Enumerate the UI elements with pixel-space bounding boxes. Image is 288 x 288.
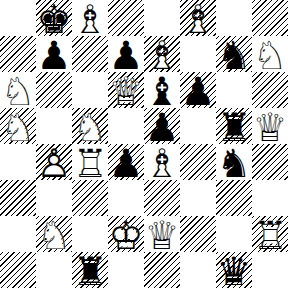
piece-glyph: ♖ <box>73 144 108 183</box>
square-f5[interactable] <box>180 108 216 144</box>
white-queen[interactable]: ♛♕ <box>108 72 144 108</box>
square-a8[interactable] <box>0 0 36 36</box>
piece-glyph: ♘ <box>253 36 288 75</box>
square-h5[interactable]: ♛♕ <box>252 108 288 144</box>
white-king[interactable]: ♚♔ <box>108 216 144 252</box>
piece-glyph: ♟ <box>181 72 216 111</box>
white-bishop[interactable]: ♝♗ <box>144 144 180 180</box>
square-f7[interactable] <box>180 36 216 72</box>
square-f6[interactable]: ♟ <box>180 72 216 108</box>
square-e6[interactable]: ♝ <box>144 72 180 108</box>
white-bishop[interactable]: ♝♗ <box>72 0 108 36</box>
black-rook[interactable]: ♜ <box>216 108 252 144</box>
white-bishop[interactable]: ♝♗ <box>144 36 180 72</box>
square-c4[interactable]: ♜♖ <box>72 144 108 180</box>
square-g4[interactable]: ♞ <box>216 144 252 180</box>
square-a3[interactable] <box>0 180 36 216</box>
black-pawn[interactable]: ♟ <box>180 72 216 108</box>
square-d8[interactable] <box>108 0 144 36</box>
black-rook[interactable]: ♜ <box>72 252 108 288</box>
square-d2[interactable]: ♚♔ <box>108 216 144 252</box>
square-h3[interactable] <box>252 180 288 216</box>
chess-board: ♚♝♗♝♗♟♟♝♗♞♞♘♞♘♛♕♝♟♞♘♞♘♟♜♛♕♟♙♜♖♟♝♗♞♞♘♚♔♛♕… <box>0 0 288 288</box>
piece-glyph: ♙ <box>37 144 72 183</box>
square-d1[interactable] <box>108 252 144 288</box>
square-c3[interactable] <box>72 180 108 216</box>
square-g6[interactable] <box>216 72 252 108</box>
square-h1[interactable] <box>252 252 288 288</box>
piece-glyph: ♞ <box>217 36 252 75</box>
square-a6[interactable]: ♞♘ <box>0 72 36 108</box>
square-a5[interactable]: ♞♘ <box>0 108 36 144</box>
square-c5[interactable]: ♞♘ <box>72 108 108 144</box>
white-knight[interactable]: ♞♘ <box>252 36 288 72</box>
square-b4[interactable]: ♟♙ <box>36 144 72 180</box>
white-queen[interactable]: ♛♕ <box>144 216 180 252</box>
square-e5[interactable]: ♟ <box>144 108 180 144</box>
square-b8[interactable]: ♚ <box>36 0 72 36</box>
square-e2[interactable]: ♛♕ <box>144 216 180 252</box>
square-g2[interactable] <box>216 216 252 252</box>
white-knight[interactable]: ♞♘ <box>72 108 108 144</box>
square-f1[interactable] <box>180 252 216 288</box>
square-h8[interactable] <box>252 0 288 36</box>
piece-glyph: ♟ <box>37 36 72 75</box>
square-e7[interactable]: ♝♗ <box>144 36 180 72</box>
square-d4[interactable]: ♟ <box>108 144 144 180</box>
square-a1[interactable] <box>0 252 36 288</box>
square-h2[interactable]: ♜♖ <box>252 216 288 252</box>
square-b6[interactable] <box>36 72 72 108</box>
square-d7[interactable]: ♟ <box>108 36 144 72</box>
square-f8[interactable]: ♝♗ <box>180 0 216 36</box>
white-bishop[interactable]: ♝♗ <box>180 0 216 36</box>
square-f2[interactable] <box>180 216 216 252</box>
square-h4[interactable] <box>252 144 288 180</box>
square-c7[interactable] <box>72 36 108 72</box>
square-e8[interactable] <box>144 0 180 36</box>
piece-glyph: ♕ <box>145 216 180 255</box>
white-knight[interactable]: ♞♘ <box>0 108 36 144</box>
piece-glyph: ♗ <box>73 0 108 39</box>
black-pawn[interactable]: ♟ <box>108 144 144 180</box>
square-g5[interactable]: ♜ <box>216 108 252 144</box>
piece-glyph: ♔ <box>109 216 144 255</box>
white-queen[interactable]: ♛♕ <box>252 108 288 144</box>
black-king[interactable]: ♚ <box>36 0 72 36</box>
piece-glyph: ♘ <box>1 108 36 147</box>
square-d6[interactable]: ♛♕ <box>108 72 144 108</box>
square-g8[interactable] <box>216 0 252 36</box>
square-b3[interactable] <box>36 180 72 216</box>
square-c2[interactable] <box>72 216 108 252</box>
square-f3[interactable] <box>180 180 216 216</box>
piece-glyph: ♕ <box>109 72 144 111</box>
square-h6[interactable] <box>252 72 288 108</box>
square-a4[interactable] <box>0 144 36 180</box>
black-pawn[interactable]: ♟ <box>144 108 180 144</box>
square-b1[interactable] <box>36 252 72 288</box>
square-b7[interactable]: ♟ <box>36 36 72 72</box>
piece-glyph: ♖ <box>253 216 288 255</box>
square-e1[interactable] <box>144 252 180 288</box>
square-c1[interactable]: ♜ <box>72 252 108 288</box>
black-queen[interactable]: ♛ <box>216 252 252 288</box>
square-a2[interactable] <box>0 216 36 252</box>
piece-glyph: ♗ <box>145 144 180 183</box>
square-c6[interactable] <box>72 72 108 108</box>
piece-glyph: ♜ <box>73 252 108 288</box>
square-a7[interactable] <box>0 36 36 72</box>
square-g1[interactable]: ♛ <box>216 252 252 288</box>
square-b2[interactable]: ♞♘ <box>36 216 72 252</box>
piece-glyph: ♞ <box>217 144 252 183</box>
square-g3[interactable] <box>216 180 252 216</box>
white-pawn[interactable]: ♟♙ <box>36 144 72 180</box>
white-rook[interactable]: ♜♖ <box>72 144 108 180</box>
square-d5[interactable] <box>108 108 144 144</box>
black-pawn[interactable]: ♟ <box>108 36 144 72</box>
white-rook[interactable]: ♜♖ <box>252 216 288 252</box>
piece-glyph: ♟ <box>109 144 144 183</box>
piece-glyph: ♕ <box>253 108 288 147</box>
square-e4[interactable]: ♝♗ <box>144 144 180 180</box>
square-d3[interactable] <box>108 180 144 216</box>
white-knight[interactable]: ♞♘ <box>0 72 36 108</box>
square-b5[interactable] <box>36 108 72 144</box>
piece-glyph: ♛ <box>217 252 252 288</box>
piece-glyph: ♗ <box>181 0 216 39</box>
square-h7[interactable]: ♞♘ <box>252 36 288 72</box>
square-g7[interactable]: ♞ <box>216 36 252 72</box>
piece-glyph: ♘ <box>37 216 72 255</box>
white-knight[interactable]: ♞♘ <box>36 216 72 252</box>
black-knight[interactable]: ♞ <box>216 144 252 180</box>
square-f4[interactable] <box>180 144 216 180</box>
black-pawn[interactable]: ♟ <box>36 36 72 72</box>
black-knight[interactable]: ♞ <box>216 36 252 72</box>
square-e3[interactable] <box>144 180 180 216</box>
square-c8[interactable]: ♝♗ <box>72 0 108 36</box>
black-bishop[interactable]: ♝ <box>144 72 180 108</box>
